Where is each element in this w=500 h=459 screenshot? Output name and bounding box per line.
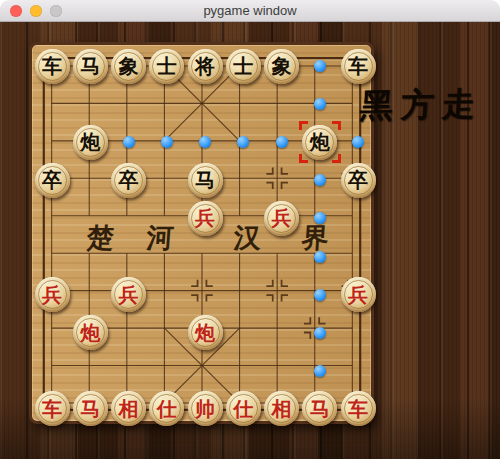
piece-glyph: 炮 — [80, 132, 100, 152]
piece-glyph: 象 — [119, 56, 139, 76]
piece-glyph: 炮 — [195, 323, 215, 343]
board[interactable]: 楚 河 汉 界 车马象士将士象车炮炮卒卒马卒兵兵兵兵兵炮炮车马相仕帅仕相马车 — [29, 42, 374, 424]
move-dot[interactable] — [276, 136, 288, 148]
piece-red-soldier[interactable]: 兵 — [188, 201, 223, 236]
piece-red-soldier[interactable]: 兵 — [341, 277, 376, 312]
piece-glyph: 帅 — [195, 399, 215, 419]
titlebar[interactable]: pygame window — [0, 0, 500, 22]
window-title: pygame window — [203, 3, 296, 18]
piece-glyph: 炮 — [80, 323, 100, 343]
piece-black-horse[interactable]: 马 — [73, 49, 108, 84]
move-dot[interactable] — [314, 60, 326, 72]
piece-black-cannon[interactable]: 炮 — [73, 125, 108, 160]
piece-red-general[interactable]: 帅 — [188, 391, 223, 426]
piece-glyph: 炮 — [310, 132, 330, 152]
piece-red-soldier[interactable]: 兵 — [264, 201, 299, 236]
piece-glyph: 仕 — [157, 399, 177, 419]
piece-red-elephant[interactable]: 相 — [111, 391, 146, 426]
move-dot[interactable] — [314, 327, 326, 339]
move-dot[interactable] — [314, 98, 326, 110]
piece-red-advisor[interactable]: 仕 — [149, 391, 184, 426]
piece-glyph: 将 — [195, 56, 215, 76]
move-dot[interactable] — [161, 136, 173, 148]
piece-glyph: 马 — [310, 399, 330, 419]
move-dot[interactable] — [314, 289, 326, 301]
piece-black-horse[interactable]: 马 — [188, 163, 223, 198]
piece-glyph: 兵 — [195, 208, 215, 228]
wood-background: 楚 河 汉 界 车马象士将士象车炮炮卒卒马卒兵兵兵兵兵炮炮车马相仕帅仕相马车 黑… — [0, 22, 500, 459]
piece-red-advisor[interactable]: 仕 — [226, 391, 261, 426]
turn-indicator: 黑方走 — [358, 82, 484, 129]
piece-black-elephant[interactable]: 象 — [111, 49, 146, 84]
piece-black-soldier[interactable]: 卒 — [341, 163, 376, 198]
piece-red-horse[interactable]: 马 — [302, 391, 337, 426]
piece-glyph: 卒 — [42, 170, 62, 190]
piece-black-advisor[interactable]: 士 — [149, 49, 184, 84]
minimize-button[interactable] — [30, 5, 42, 17]
window-controls — [10, 5, 62, 17]
piece-black-soldier[interactable]: 卒 — [35, 163, 70, 198]
piece-glyph: 马 — [195, 170, 215, 190]
piece-glyph: 卒 — [119, 170, 139, 190]
piece-black-elephant[interactable]: 象 — [264, 49, 299, 84]
piece-glyph: 相 — [119, 399, 139, 419]
pygame-window: pygame window 楚 河 汉 界 车马象士将士象车炮炮卒卒马卒兵兵兵兵… — [0, 0, 500, 459]
river-label-chu: 楚 河 — [86, 220, 188, 256]
move-dot[interactable] — [314, 251, 326, 263]
piece-black-cannon[interactable]: 炮 — [302, 125, 337, 160]
piece-glyph: 士 — [233, 56, 253, 76]
piece-glyph: 兵 — [119, 285, 139, 305]
piece-red-chariot[interactable]: 车 — [35, 391, 70, 426]
piece-glyph: 车 — [348, 56, 368, 76]
piece-glyph: 士 — [157, 56, 177, 76]
close-button[interactable] — [10, 5, 22, 17]
piece-glyph: 兵 — [348, 285, 368, 305]
piece-red-elephant[interactable]: 相 — [264, 391, 299, 426]
piece-glyph: 马 — [80, 56, 100, 76]
piece-red-cannon[interactable]: 炮 — [73, 315, 108, 350]
piece-glyph: 象 — [272, 56, 292, 76]
piece-glyph: 卒 — [348, 170, 368, 190]
piece-black-soldier[interactable]: 卒 — [111, 163, 146, 198]
piece-black-advisor[interactable]: 士 — [226, 49, 261, 84]
piece-glyph: 车 — [42, 399, 62, 419]
piece-red-soldier[interactable]: 兵 — [35, 277, 70, 312]
piece-glyph: 兵 — [272, 208, 292, 228]
piece-glyph: 车 — [348, 399, 368, 419]
zoom-button[interactable] — [50, 5, 62, 17]
move-dot[interactable] — [314, 365, 326, 377]
piece-red-cannon[interactable]: 炮 — [188, 315, 223, 350]
piece-glyph: 相 — [272, 399, 292, 419]
piece-red-soldier[interactable]: 兵 — [111, 277, 146, 312]
piece-black-chariot[interactable]: 车 — [341, 49, 376, 84]
piece-glyph: 车 — [42, 56, 62, 76]
piece-glyph: 仕 — [233, 399, 253, 419]
move-dot[interactable] — [123, 136, 135, 148]
piece-red-chariot[interactable]: 车 — [341, 391, 376, 426]
piece-red-horse[interactable]: 马 — [73, 391, 108, 426]
piece-black-general[interactable]: 将 — [188, 49, 223, 84]
piece-black-chariot[interactable]: 车 — [35, 49, 70, 84]
move-dot[interactable] — [314, 174, 326, 186]
piece-glyph: 兵 — [42, 285, 62, 305]
piece-glyph: 马 — [80, 399, 100, 419]
